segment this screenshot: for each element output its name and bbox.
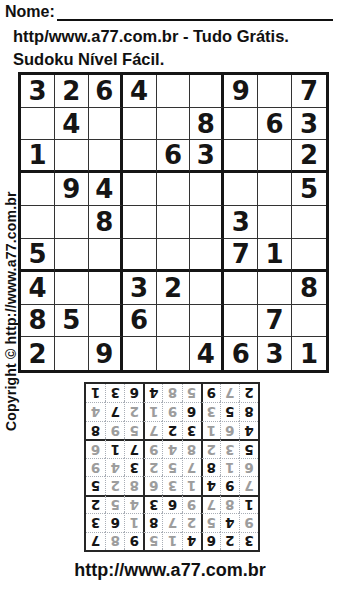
puzzle-cell-r4c1 bbox=[21, 173, 55, 206]
puzzle-cell-r4c8 bbox=[258, 173, 292, 206]
solution-cell-r7c3: 1 bbox=[201, 421, 220, 439]
solution-cell-r8c1: 8 bbox=[239, 402, 258, 420]
solution-cell-r7c5: 2 bbox=[162, 421, 181, 439]
puzzle-cell-r5c5 bbox=[157, 206, 191, 239]
solution-cell-r9c3: 9 bbox=[201, 384, 220, 402]
puzzle-cell-r9c5 bbox=[157, 337, 191, 370]
puzzle-cell-r5c4 bbox=[123, 206, 157, 239]
solution-cell-r8c5: 9 bbox=[162, 402, 181, 420]
solution-cell-r6c5: 4 bbox=[162, 439, 181, 457]
puzzle-cell-r3c4 bbox=[123, 140, 157, 173]
solution-cell-r1c9: 7 bbox=[86, 532, 105, 550]
puzzle-cell-r2c4 bbox=[123, 108, 157, 141]
puzzle-cell-r2c1 bbox=[21, 108, 55, 141]
puzzle-cell-r3c1: 1 bbox=[21, 140, 55, 173]
solution-cell-r6c3: 2 bbox=[201, 439, 220, 457]
puzzle-cell-r1c5 bbox=[157, 75, 191, 108]
solution-cell-r2c1: 9 bbox=[239, 513, 258, 531]
puzzle-cell-r7c2 bbox=[55, 272, 89, 305]
puzzle-cell-r7c4: 3 bbox=[123, 272, 157, 305]
solution-cell-r1c1: 3 bbox=[239, 532, 258, 550]
solution-cell-r8c3: 3 bbox=[201, 402, 220, 420]
solution-cell-r7c1: 4 bbox=[239, 421, 258, 439]
solution-cell-r6c8: 1 bbox=[105, 439, 124, 457]
difficulty-title: Sudoku Nível Fácil. bbox=[13, 50, 164, 69]
solution-cell-r4c7: 8 bbox=[124, 476, 143, 494]
puzzle-cell-r4c3: 4 bbox=[89, 173, 123, 206]
solution-cell-r4c8: 2 bbox=[105, 476, 124, 494]
solution-cell-r5c4: 7 bbox=[182, 458, 201, 476]
copyright-vertical-text: Copyright © http://www.a77.com.br bbox=[3, 79, 19, 431]
solution-cell-r3c4: 9 bbox=[182, 495, 201, 513]
solution-cell-r8c6: 1 bbox=[143, 402, 162, 420]
solution-cell-r1c3: 6 bbox=[201, 532, 220, 550]
sudoku-puzzle-grid: 326497486316329458357143288567294631 bbox=[18, 72, 329, 373]
puzzle-cell-r3c6: 3 bbox=[190, 140, 224, 173]
name-row: Nome: bbox=[5, 3, 333, 21]
solution-cell-r4c9: 5 bbox=[86, 476, 105, 494]
puzzle-cell-r5c7: 3 bbox=[224, 206, 258, 239]
solution-cell-r9c2: 7 bbox=[220, 384, 239, 402]
puzzle-cell-r2c5 bbox=[157, 108, 191, 141]
footer-url: http://www.a77.com.br bbox=[0, 560, 340, 581]
puzzle-cell-r8c2: 5 bbox=[55, 305, 89, 338]
solution-cell-r9c9: 1 bbox=[86, 384, 105, 402]
solution-cell-r2c2: 4 bbox=[220, 513, 239, 531]
solution-cell-r5c6: 2 bbox=[143, 458, 162, 476]
puzzle-cell-r8c4: 6 bbox=[123, 305, 157, 338]
puzzle-cell-r3c2 bbox=[55, 140, 89, 173]
puzzle-cell-r7c7 bbox=[224, 272, 258, 305]
puzzle-cell-r3c9: 2 bbox=[292, 140, 326, 173]
solution-cell-r5c9: 9 bbox=[86, 458, 105, 476]
puzzle-cell-r4c4 bbox=[123, 173, 157, 206]
puzzle-cell-r7c9: 8 bbox=[292, 272, 326, 305]
solution-cell-r2c6: 8 bbox=[143, 513, 162, 531]
solution-cell-r9c1: 2 bbox=[239, 384, 258, 402]
puzzle-cell-r1c8 bbox=[258, 75, 292, 108]
site-line: http/www.a77.com.br - Tudo Grátis. bbox=[13, 27, 289, 46]
solution-cell-r3c9: 2 bbox=[86, 495, 105, 513]
puzzle-cell-r2c6: 8 bbox=[190, 108, 224, 141]
puzzle-cell-r6c8: 1 bbox=[258, 239, 292, 272]
solution-cell-r5c2: 1 bbox=[220, 458, 239, 476]
solution-cell-r6c7: 7 bbox=[124, 439, 143, 457]
puzzle-cell-r9c8: 3 bbox=[258, 337, 292, 370]
puzzle-cell-r7c1: 4 bbox=[21, 272, 55, 305]
solution-cell-r3c2: 8 bbox=[220, 495, 239, 513]
solution-cell-r4c4: 1 bbox=[182, 476, 201, 494]
puzzle-cell-r8c5 bbox=[157, 305, 191, 338]
puzzle-cell-r6c6 bbox=[190, 239, 224, 272]
solution-cell-r3c1: 1 bbox=[239, 495, 258, 513]
solution-cell-r6c6: 9 bbox=[143, 439, 162, 457]
solution-cell-r2c4: 2 bbox=[182, 513, 201, 531]
solution-cell-r8c8: 7 bbox=[105, 402, 124, 420]
puzzle-cell-r8c3 bbox=[89, 305, 123, 338]
solution-cell-r9c4: 5 bbox=[182, 384, 201, 402]
puzzle-cell-r1c4: 4 bbox=[123, 75, 157, 108]
puzzle-cell-r3c3 bbox=[89, 140, 123, 173]
solution-cell-r7c2: 6 bbox=[220, 421, 239, 439]
puzzle-cell-r2c3 bbox=[89, 108, 123, 141]
puzzle-cell-r1c3: 6 bbox=[89, 75, 123, 108]
puzzle-cell-r2c8: 6 bbox=[258, 108, 292, 141]
puzzle-cell-r3c7 bbox=[224, 140, 258, 173]
solution-cell-r5c3: 8 bbox=[201, 458, 220, 476]
solution-cell-r8c7: 2 bbox=[124, 402, 143, 420]
puzzle-cell-r8c8: 7 bbox=[258, 305, 292, 338]
solution-cell-r1c8: 8 bbox=[105, 532, 124, 550]
puzzle-cell-r7c3 bbox=[89, 272, 123, 305]
puzzle-cell-r6c7: 7 bbox=[224, 239, 258, 272]
puzzle-cell-r7c6 bbox=[190, 272, 224, 305]
puzzle-cell-r9c3: 9 bbox=[89, 337, 123, 370]
solution-cell-r2c8: 6 bbox=[105, 513, 124, 531]
puzzle-cell-r1c6 bbox=[190, 75, 224, 108]
solution-cell-r4c3: 4 bbox=[201, 476, 220, 494]
puzzle-cell-r3c5: 6 bbox=[157, 140, 191, 173]
puzzle-cell-r8c6 bbox=[190, 305, 224, 338]
solution-cell-r1c4: 4 bbox=[182, 532, 201, 550]
solution-cell-r9c8: 3 bbox=[105, 384, 124, 402]
solution-cell-r5c1: 6 bbox=[239, 458, 258, 476]
puzzle-cell-r9c6: 4 bbox=[190, 337, 224, 370]
puzzle-cell-r9c7: 6 bbox=[224, 337, 258, 370]
puzzle-cell-r5c1 bbox=[21, 206, 55, 239]
puzzle-cell-r6c5 bbox=[157, 239, 191, 272]
solution-cell-r5c5: 5 bbox=[162, 458, 181, 476]
puzzle-cell-r8c7 bbox=[224, 305, 258, 338]
sudoku-solution-grid-rotated: 3264159879452781631879634527941368256187… bbox=[84, 382, 260, 552]
solution-cell-r7c6: 7 bbox=[143, 421, 162, 439]
puzzle-cell-r5c3: 8 bbox=[89, 206, 123, 239]
puzzle-cell-r8c1: 8 bbox=[21, 305, 55, 338]
solution-cell-r3c7: 4 bbox=[124, 495, 143, 513]
solution-cell-r1c6: 5 bbox=[143, 532, 162, 550]
puzzle-cell-r1c9: 7 bbox=[292, 75, 326, 108]
solution-cell-r4c1: 7 bbox=[239, 476, 258, 494]
solution-cell-r8c9: 4 bbox=[86, 402, 105, 420]
puzzle-cell-r5c8 bbox=[258, 206, 292, 239]
solution-cell-r2c3: 5 bbox=[201, 513, 220, 531]
puzzle-cell-r5c9 bbox=[292, 206, 326, 239]
puzzle-cell-r4c5 bbox=[157, 173, 191, 206]
solution-cell-r9c5: 8 bbox=[162, 384, 181, 402]
puzzle-cell-r2c2: 4 bbox=[55, 108, 89, 141]
puzzle-cell-r7c5: 2 bbox=[157, 272, 191, 305]
puzzle-cell-r4c6 bbox=[190, 173, 224, 206]
solution-cell-r6c2: 3 bbox=[220, 439, 239, 457]
puzzle-cell-r6c4 bbox=[123, 239, 157, 272]
solution-cell-r5c7: 3 bbox=[124, 458, 143, 476]
puzzle-cell-r5c2 bbox=[55, 206, 89, 239]
puzzle-cell-r4c7 bbox=[224, 173, 258, 206]
puzzle-cell-r6c2 bbox=[55, 239, 89, 272]
solution-cell-r8c4: 6 bbox=[182, 402, 201, 420]
puzzle-cell-r2c9: 3 bbox=[292, 108, 326, 141]
puzzle-cell-r1c7: 9 bbox=[224, 75, 258, 108]
solution-cell-r1c2: 2 bbox=[220, 532, 239, 550]
puzzle-cell-r9c9: 1 bbox=[292, 337, 326, 370]
puzzle-cell-r9c2 bbox=[55, 337, 89, 370]
puzzle-cell-r5c6 bbox=[190, 206, 224, 239]
solution-cell-r9c7: 6 bbox=[124, 384, 143, 402]
puzzle-cell-r6c3 bbox=[89, 239, 123, 272]
solution-cell-r1c5: 1 bbox=[162, 532, 181, 550]
puzzle-cell-r1c2: 2 bbox=[55, 75, 89, 108]
puzzle-cell-r3c8 bbox=[258, 140, 292, 173]
solution-cell-r4c2: 9 bbox=[220, 476, 239, 494]
solution-cell-r6c1: 5 bbox=[239, 439, 258, 457]
solution-cell-r3c8: 5 bbox=[105, 495, 124, 513]
solution-cell-r7c7: 5 bbox=[124, 421, 143, 439]
solution-cell-r7c4: 3 bbox=[182, 421, 201, 439]
puzzle-cell-r7c8 bbox=[258, 272, 292, 305]
puzzle-cell-r1c1: 3 bbox=[21, 75, 55, 108]
solution-cell-r7c9: 8 bbox=[86, 421, 105, 439]
solution-cell-r1c7: 9 bbox=[124, 532, 143, 550]
solution-cell-r3c3: 7 bbox=[201, 495, 220, 513]
name-underline bbox=[57, 4, 333, 21]
puzzle-cell-r9c1: 2 bbox=[21, 337, 55, 370]
puzzle-cell-r9c4 bbox=[123, 337, 157, 370]
solution-cell-r5c8: 4 bbox=[105, 458, 124, 476]
solution-cell-r4c5: 3 bbox=[162, 476, 181, 494]
puzzle-cell-r4c9: 5 bbox=[292, 173, 326, 206]
puzzle-cell-r6c9 bbox=[292, 239, 326, 272]
solution-cell-r2c7: 1 bbox=[124, 513, 143, 531]
solution-cell-r6c9: 6 bbox=[86, 439, 105, 457]
solution-cell-r2c5: 7 bbox=[162, 513, 181, 531]
solution-cell-r9c6: 4 bbox=[143, 384, 162, 402]
puzzle-cell-r4c2: 9 bbox=[55, 173, 89, 206]
puzzle-cell-r6c1: 5 bbox=[21, 239, 55, 272]
solution-cell-r7c8: 9 bbox=[105, 421, 124, 439]
name-label: Nome: bbox=[5, 3, 55, 21]
solution-cell-r3c5: 6 bbox=[162, 495, 181, 513]
solution-cell-r3c6: 3 bbox=[143, 495, 162, 513]
solution-cell-r8c2: 5 bbox=[220, 402, 239, 420]
puzzle-cell-r2c7 bbox=[224, 108, 258, 141]
solution-cell-r6c4: 8 bbox=[182, 439, 201, 457]
solution-cell-r2c9: 3 bbox=[86, 513, 105, 531]
solution-cell-r4c6: 6 bbox=[143, 476, 162, 494]
puzzle-cell-r8c9 bbox=[292, 305, 326, 338]
